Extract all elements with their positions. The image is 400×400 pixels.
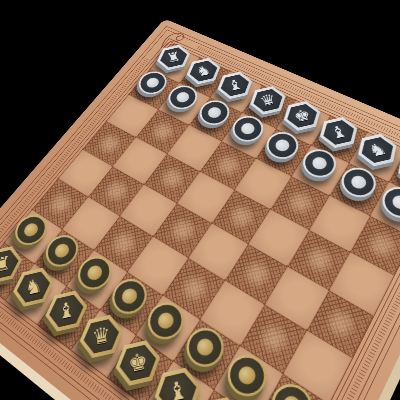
pawn-core bbox=[311, 156, 329, 171]
pawn-core bbox=[87, 264, 103, 281]
piece-white-pawn[interactable] bbox=[45, 232, 80, 270]
photo-scene: ♜♞♝♛♚♝♞♜♜♞♝♛♚♝♞♜ bbox=[0, 0, 400, 400]
square-e5[interactable] bbox=[212, 190, 271, 244]
pawn-ring bbox=[17, 214, 45, 246]
pawn-core bbox=[121, 287, 138, 305]
rook-glyph: ♜ bbox=[165, 49, 182, 64]
piece-white-pawn[interactable] bbox=[110, 275, 149, 317]
piece-white-pawn[interactable] bbox=[184, 325, 228, 371]
knight-glyph: ♞ bbox=[366, 140, 389, 160]
pawn-ring bbox=[139, 70, 167, 94]
pawn-core bbox=[24, 222, 38, 238]
pawn-ring bbox=[148, 302, 184, 340]
piece-black-pawn[interactable] bbox=[337, 164, 381, 200]
king-glyph: ♚ bbox=[292, 106, 313, 124]
piece-black-pawn[interactable] bbox=[377, 184, 400, 222]
bishop-glyph: ♝ bbox=[56, 298, 75, 322]
knight-glyph: ♞ bbox=[24, 275, 42, 298]
pawn-ring bbox=[168, 85, 197, 110]
pawn-core bbox=[196, 337, 215, 357]
queen-glyph: ♛ bbox=[91, 322, 112, 348]
board-grid: ♜♞♝♛♚♝♞♜♜♞♝♛♚♝♞♜ bbox=[0, 44, 400, 400]
token-engraving: ♝ bbox=[156, 371, 199, 400]
pawn-core bbox=[390, 194, 400, 210]
pawn-core bbox=[176, 91, 191, 104]
token-face bbox=[45, 232, 80, 270]
rook-glyph: ♜ bbox=[0, 253, 11, 275]
pawn-core bbox=[54, 242, 69, 259]
bishop-glyph: ♝ bbox=[328, 123, 350, 142]
pawn-core bbox=[146, 76, 160, 88]
king-glyph: ♚ bbox=[127, 349, 149, 376]
piece-white-pawn[interactable] bbox=[76, 253, 113, 293]
pawn-core bbox=[237, 365, 257, 386]
chess-board-slab: ♜♞♝♛♚♝♞♜♜♞♝♛♚♝♞♜ bbox=[0, 19, 400, 400]
square-f6[interactable] bbox=[271, 176, 330, 230]
pawn-core bbox=[207, 106, 222, 119]
pawn-core bbox=[240, 122, 256, 136]
pawn-core bbox=[281, 395, 303, 400]
piece-black-pawn[interactable] bbox=[166, 83, 199, 112]
piece-black-pawn[interactable] bbox=[137, 69, 169, 97]
pawn-core bbox=[157, 311, 175, 330]
token-engraving: ♜ bbox=[0, 248, 19, 281]
bishop-glyph: ♝ bbox=[225, 76, 244, 93]
token-face bbox=[15, 212, 48, 248]
pawn-core bbox=[349, 174, 368, 190]
pawn-core bbox=[274, 138, 291, 152]
pawn-ring bbox=[47, 234, 77, 267]
piece-black-pawn[interactable] bbox=[299, 146, 340, 180]
piece-white-pawn[interactable] bbox=[15, 212, 48, 248]
queen-glyph: ♛ bbox=[258, 91, 278, 108]
square-d5[interactable] bbox=[177, 171, 234, 223]
piece-black-pawn[interactable] bbox=[197, 97, 232, 127]
knight-glyph: ♞ bbox=[194, 63, 212, 79]
piece-white-pawn[interactable] bbox=[146, 299, 187, 343]
bishop-glyph: ♝ bbox=[166, 377, 190, 400]
